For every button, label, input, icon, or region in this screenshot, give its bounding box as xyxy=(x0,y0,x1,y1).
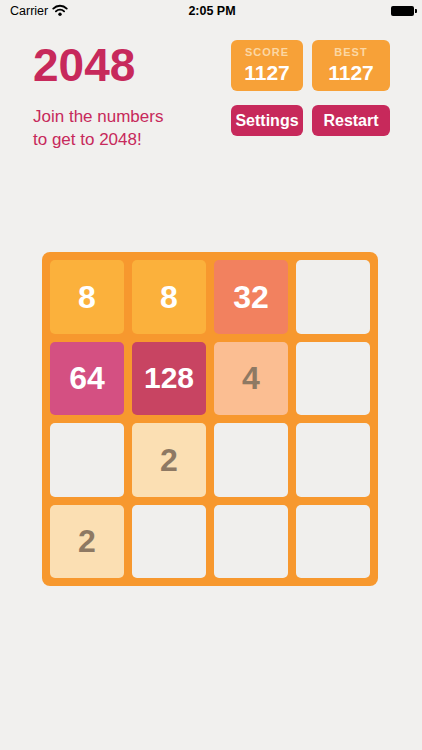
tile-128: 128 xyxy=(132,342,206,416)
header-buttons: Settings Restart xyxy=(231,105,390,136)
tile-32: 32 xyxy=(214,260,288,334)
carrier-label: Carrier xyxy=(10,4,48,18)
subtitle-line-1: Join the numbers xyxy=(33,107,163,126)
best-box: BEST 1127 xyxy=(312,40,390,91)
header: 2048 Join the numbers to get to 2048! xyxy=(33,42,163,152)
page-title: 2048 xyxy=(33,42,163,88)
empty-cell xyxy=(296,505,370,579)
best-label: BEST xyxy=(334,46,367,58)
clock: 2:05 PM xyxy=(188,4,235,18)
empty-cell xyxy=(132,505,206,579)
best-value: 1127 xyxy=(328,61,374,85)
empty-cell xyxy=(296,260,370,334)
subtitle: Join the numbers to get to 2048! xyxy=(33,105,163,152)
empty-cell xyxy=(214,505,288,579)
score-box: SCORE 1127 xyxy=(231,40,303,91)
tile-8: 8 xyxy=(132,260,206,334)
battery-icon xyxy=(391,6,414,16)
board[interactable]: 883264128422 xyxy=(42,252,378,586)
score-label: SCORE xyxy=(245,46,289,58)
tile-2: 2 xyxy=(50,505,124,579)
empty-cell xyxy=(296,423,370,497)
empty-cell xyxy=(50,423,124,497)
subtitle-line-2: to get to 2048! xyxy=(33,130,142,149)
status-bar: Carrier 2:05 PM xyxy=(0,0,422,21)
empty-cell xyxy=(214,423,288,497)
tile-64: 64 xyxy=(50,342,124,416)
restart-button[interactable]: Restart xyxy=(312,105,390,136)
tile-2: 2 xyxy=(132,423,206,497)
wifi-icon xyxy=(52,4,68,19)
score-value: 1127 xyxy=(244,61,290,85)
tile-4: 4 xyxy=(214,342,288,416)
scoreboard: SCORE 1127 BEST 1127 xyxy=(231,40,390,91)
empty-cell xyxy=(296,342,370,416)
settings-button[interactable]: Settings xyxy=(231,105,303,136)
tile-8: 8 xyxy=(50,260,124,334)
